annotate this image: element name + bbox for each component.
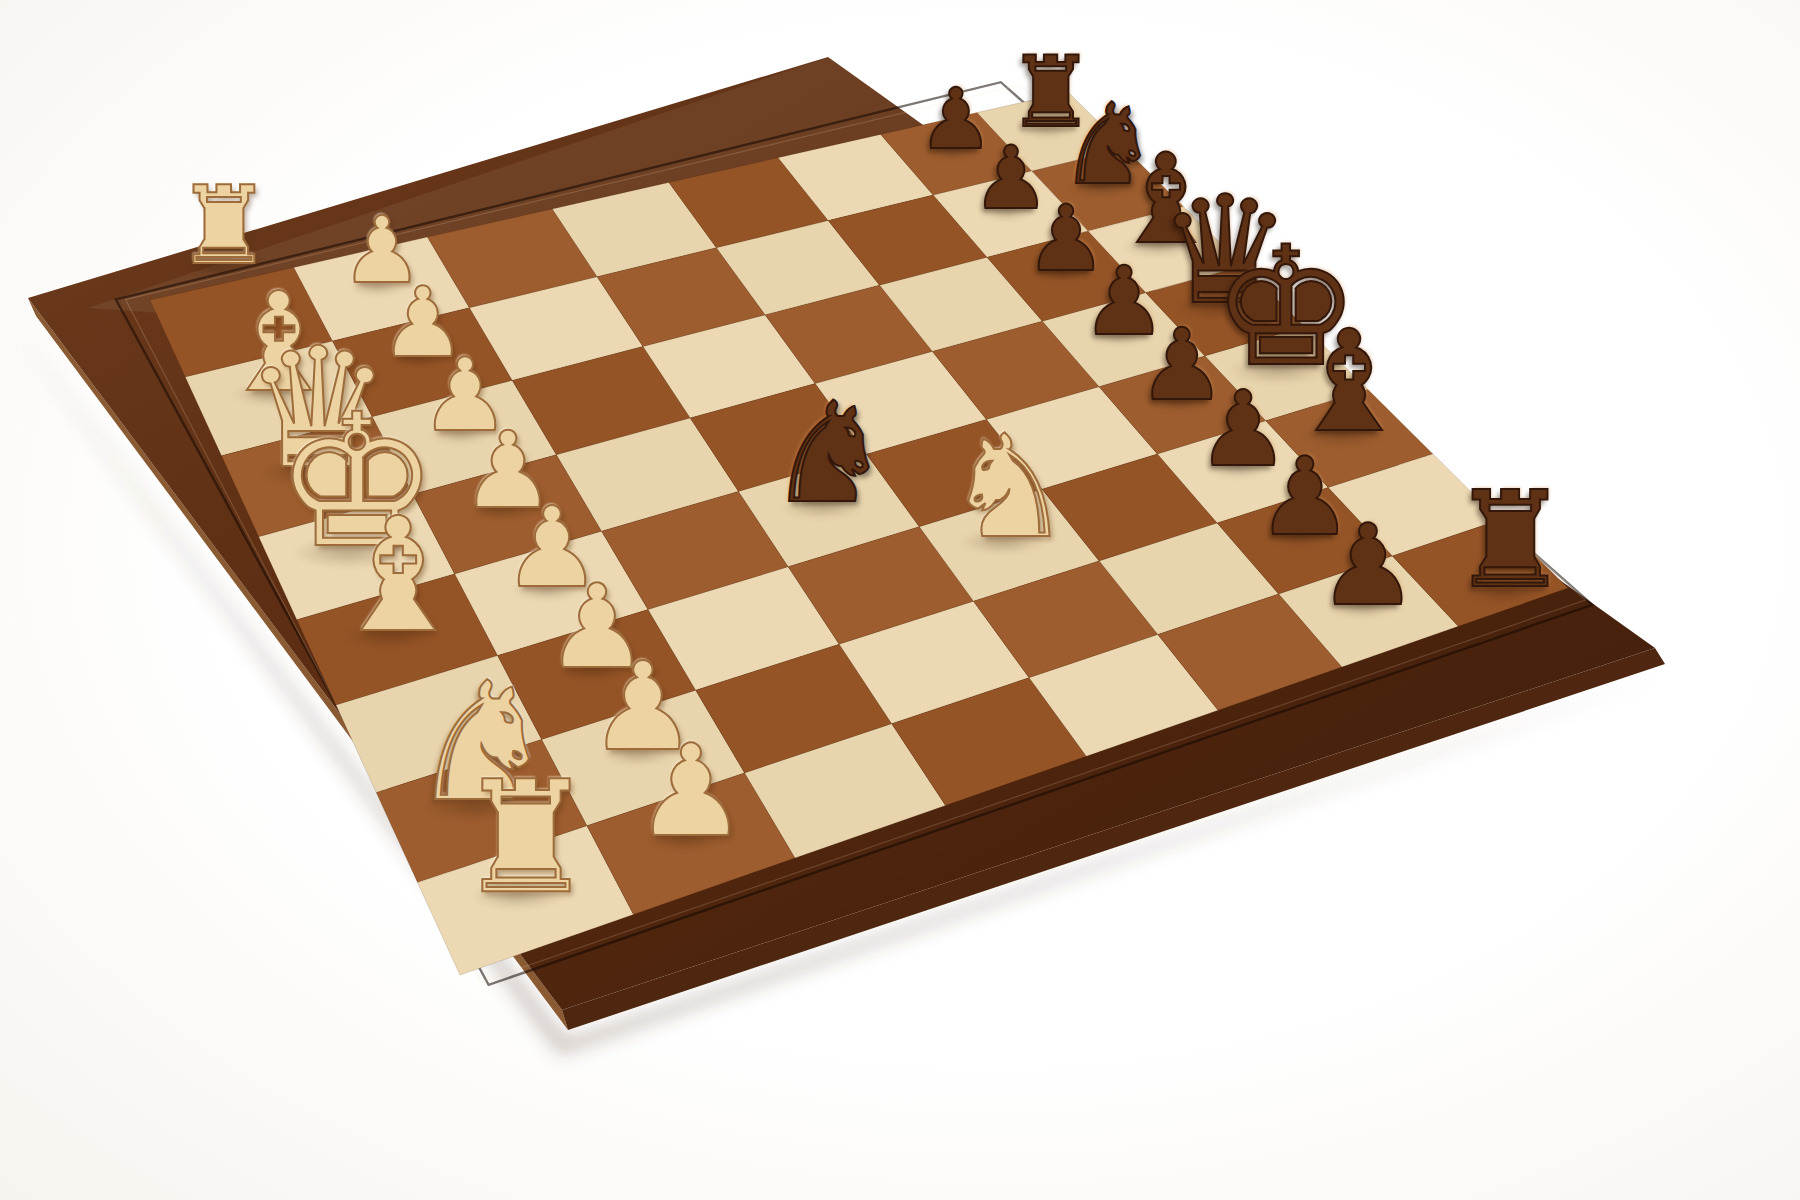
product-photo-chess-set: ♜♟♞♟♝♟♟♛♜♟♟♚♝♟♟♝♟♛♞♟♟♞♚♜♟♟♝♟♟♞♟♜ Overhea… [0,0,1800,1200]
piece-white-knight-f5[interactable]: ♞ [945,416,1072,558]
piece-white-rook-h1[interactable]: ♜ [457,760,596,915]
piece-black-rook-h8[interactable]: ♜ [1450,474,1569,607]
piece-black-pawn-h7[interactable]: ♟ [1318,509,1418,621]
piece-white-bishop-e1[interactable]: ♝ [327,496,469,654]
piece-black-bishop-f8[interactable]: ♝ [1286,312,1412,452]
piece-black-knight-e4[interactable]: ♞ [767,384,892,523]
piece-white-pawn-h2[interactable]: ♟ [634,728,748,855]
